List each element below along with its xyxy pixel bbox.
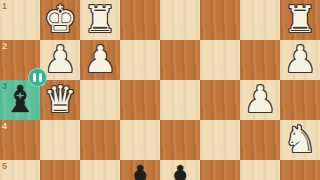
square-d3[interactable]: [160, 80, 200, 120]
piece-wQ-g3[interactable]: ♛: [40, 80, 80, 120]
square-c4[interactable]: [200, 120, 240, 160]
square-b2[interactable]: [240, 40, 280, 80]
square-h5[interactable]: 5: [0, 160, 40, 180]
square-c3[interactable]: [200, 80, 240, 120]
piece-wR-a1[interactable]: ♜: [280, 0, 320, 40]
square-a5[interactable]: [280, 160, 320, 180]
square-f2[interactable]: ♟: [80, 40, 120, 80]
square-h1[interactable]: 1: [0, 0, 40, 40]
square-c2[interactable]: [200, 40, 240, 80]
square-e2[interactable]: [120, 40, 160, 80]
square-g4[interactable]: [40, 120, 80, 160]
square-c1[interactable]: [200, 0, 240, 40]
rank-label-5: 5: [2, 161, 7, 171]
rank-label-4: 4: [2, 121, 7, 131]
piece-wK-g1[interactable]: ♚: [40, 0, 80, 40]
piece-wP-b3[interactable]: ♟: [240, 80, 280, 120]
square-e3[interactable]: [120, 80, 160, 120]
square-d2[interactable]: [160, 40, 200, 80]
square-a4[interactable]: ♞: [280, 120, 320, 160]
piece-wN-a4[interactable]: ♞: [280, 120, 320, 160]
square-g5[interactable]: [40, 160, 80, 180]
square-b3[interactable]: ♟: [240, 80, 280, 120]
square-e5[interactable]: ♟: [120, 160, 160, 180]
square-a2[interactable]: ♟: [280, 40, 320, 80]
square-h4[interactable]: 4: [0, 120, 40, 160]
piece-bP-e5[interactable]: ♟: [120, 160, 160, 180]
piece-bP-d5[interactable]: ♟: [160, 160, 200, 180]
rank-label-3: 3: [2, 81, 7, 91]
square-a3[interactable]: [280, 80, 320, 120]
square-e4[interactable]: [120, 120, 160, 160]
rank-label-2: 2: [2, 41, 7, 51]
square-f5[interactable]: [80, 160, 120, 180]
square-g3[interactable]: ♛: [40, 80, 80, 120]
pause-indicator-badge: [28, 68, 47, 87]
square-a1[interactable]: ♜: [280, 0, 320, 40]
pause-icon: [33, 73, 36, 82]
square-c5[interactable]: [200, 160, 240, 180]
rank-label-1: 1: [2, 1, 7, 11]
square-f4[interactable]: [80, 120, 120, 160]
square-b5[interactable]: [240, 160, 280, 180]
square-b4[interactable]: [240, 120, 280, 160]
chess-app-screenshot: 1♚♜♜2♟♟♟3♝♛♟4♞5♟♟: [0, 0, 320, 180]
square-g1[interactable]: ♚: [40, 0, 80, 40]
pause-icon: [39, 73, 42, 82]
square-f1[interactable]: ♜: [80, 0, 120, 40]
square-f3[interactable]: [80, 80, 120, 120]
piece-wR-f1[interactable]: ♜: [80, 0, 120, 40]
piece-wP-a2[interactable]: ♟: [280, 40, 320, 80]
piece-wP-f2[interactable]: ♟: [80, 40, 120, 80]
chess-board: 1♚♜♜2♟♟♟3♝♛♟4♞5♟♟: [0, 0, 320, 180]
square-e1[interactable]: [120, 0, 160, 40]
square-d4[interactable]: [160, 120, 200, 160]
square-d5[interactable]: ♟: [160, 160, 200, 180]
square-b1[interactable]: [240, 0, 280, 40]
square-d1[interactable]: [160, 0, 200, 40]
